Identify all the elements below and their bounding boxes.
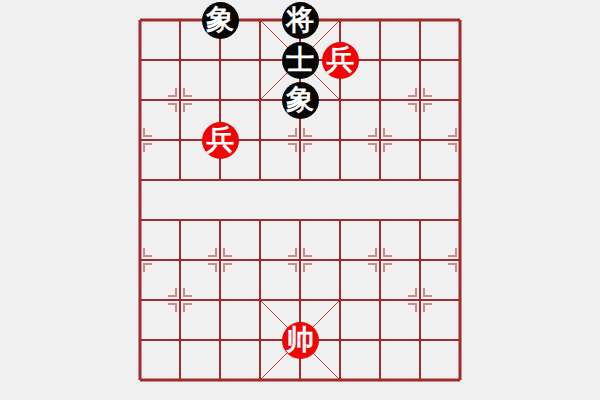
piece-red-soldier-2[interactable]: 兵 xyxy=(202,122,239,159)
piece-red-general[interactable]: 帅 xyxy=(282,322,319,359)
piece-black-elephant-2[interactable]: 象 xyxy=(282,82,319,119)
piece-red-soldier-1[interactable]: 兵 xyxy=(322,42,359,79)
piece-black-elephant-1[interactable]: 象 xyxy=(202,2,239,39)
piece-black-general[interactable]: 将 xyxy=(282,2,319,39)
piece-black-advisor[interactable]: 士 xyxy=(282,42,319,79)
xiangqi-board-area: 象将士兵象兵帅 xyxy=(0,0,600,400)
